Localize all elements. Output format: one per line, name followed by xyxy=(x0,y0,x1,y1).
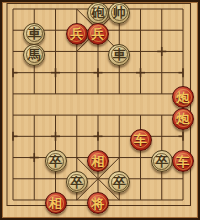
piece-character: 兵 xyxy=(70,27,83,40)
piece-character: 帅 xyxy=(113,6,126,19)
piece-tan-general[interactable]: 帅 xyxy=(108,2,130,24)
piece-character: 炮 xyxy=(177,112,190,125)
piece-character: 車 xyxy=(28,27,41,40)
piece-character: 车 xyxy=(177,154,190,167)
piece-red-chariot[interactable]: 车 xyxy=(172,150,194,172)
piece-character: 車 xyxy=(113,48,126,61)
piece-character: 车 xyxy=(134,133,147,146)
xiangqi-board[interactable]: 砲帅車兵兵馬車炮炮车卒相卒车卒卒相将 xyxy=(0,0,200,220)
piece-character: 卒 xyxy=(113,175,126,188)
piece-tan-soldier[interactable]: 卒 xyxy=(151,150,173,172)
piece-tan-soldier[interactable]: 卒 xyxy=(66,171,88,193)
piece-character: 馬 xyxy=(28,48,41,61)
piece-character: 卒 xyxy=(49,154,62,167)
piece-red-soldier[interactable]: 兵 xyxy=(66,23,88,45)
piece-character: 卒 xyxy=(155,154,168,167)
piece-tan-soldier[interactable]: 卒 xyxy=(45,150,67,172)
piece-tan-chariot[interactable]: 車 xyxy=(23,23,45,45)
piece-character: 将 xyxy=(92,196,105,209)
piece-character: 兵 xyxy=(92,27,105,40)
piece-character: 相 xyxy=(92,154,105,167)
piece-tan-cannon[interactable]: 砲 xyxy=(87,2,109,24)
piece-character: 相 xyxy=(49,196,62,209)
piece-red-soldier[interactable]: 兵 xyxy=(87,23,109,45)
piece-character: 炮 xyxy=(177,90,190,103)
piece-red-elephant[interactable]: 相 xyxy=(45,192,67,214)
piece-red-chariot[interactable]: 车 xyxy=(130,129,152,151)
piece-character: 砲 xyxy=(92,6,105,19)
piece-red-elephant[interactable]: 相 xyxy=(87,150,109,172)
piece-red-cannon[interactable]: 炮 xyxy=(172,108,194,130)
piece-character: 卒 xyxy=(70,175,83,188)
